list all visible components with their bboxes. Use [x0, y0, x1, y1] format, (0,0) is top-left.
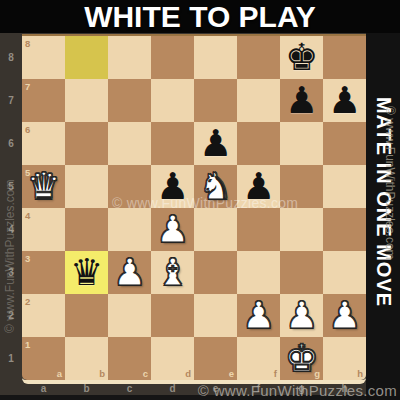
inboard-file-label-b: b — [99, 368, 105, 379]
frame-file-label-h: h — [323, 382, 366, 395]
inboard-rank-label-7: 7 — [25, 81, 30, 92]
square-e8 — [194, 36, 237, 79]
title-bar: WHITE TO PLAY — [0, 0, 400, 33]
square-h5 — [323, 165, 366, 208]
square-f4 — [237, 208, 280, 251]
square-h8 — [323, 36, 366, 79]
square-d8 — [151, 36, 194, 79]
square-d1: d — [151, 337, 194, 380]
frame-file-label-b: b — [65, 382, 108, 395]
square-c6 — [108, 122, 151, 165]
square-a2: 2 — [22, 294, 65, 337]
white-pawn-h2: ♟ — [323, 294, 366, 337]
black-pawn-g7: ♟ — [280, 79, 323, 122]
inboard-rank-label-2: 2 — [25, 296, 30, 307]
frame-rank-label-1: 1 — [0, 337, 22, 380]
square-h1: h — [323, 337, 366, 380]
square-b6 — [65, 122, 108, 165]
white-king-g1: ♚ — [280, 337, 323, 380]
frame-file-label-a: a — [22, 382, 65, 395]
black-pawn-d5: ♟ — [151, 165, 194, 208]
square-f8 — [237, 36, 280, 79]
page-title: WHITE TO PLAY — [84, 0, 316, 34]
square-d7 — [151, 79, 194, 122]
square-h4 — [323, 208, 366, 251]
inboard-rank-label-6: 6 — [25, 124, 30, 135]
inboard-rank-label-3: 3 — [25, 253, 30, 264]
square-a1: 1a — [22, 337, 65, 380]
square-b5 — [65, 165, 108, 208]
square-f6 — [237, 122, 280, 165]
square-g1: g♚ — [280, 337, 323, 380]
square-a5: 5♛ — [22, 165, 65, 208]
square-d4: ♟ — [151, 208, 194, 251]
frame-file-label-f: f — [237, 382, 280, 395]
square-b8 — [65, 36, 108, 79]
square-b7 — [65, 79, 108, 122]
square-b4 — [65, 208, 108, 251]
inboard-rank-label-1: 1 — [25, 339, 30, 350]
black-pawn-h7: ♟ — [323, 79, 366, 122]
square-e6: ♟ — [194, 122, 237, 165]
square-a7: 7 — [22, 79, 65, 122]
square-f5: ♟ — [237, 165, 280, 208]
mate-in-one-label: MATE IN ONE MOVE — [372, 97, 395, 307]
square-f2: ♟ — [237, 294, 280, 337]
inboard-file-label-a: a — [57, 368, 62, 379]
square-h7: ♟ — [323, 79, 366, 122]
square-h3 — [323, 251, 366, 294]
chess-puzzle-image: WHITE TO PLAY MATE IN ONE MOVE 8♚7♟♟6♟5♛… — [0, 0, 400, 400]
square-b3: ♛ — [65, 251, 108, 294]
square-f7 — [237, 79, 280, 122]
frame-rank-label-5: 5 — [0, 165, 22, 208]
square-d2 — [151, 294, 194, 337]
square-a4: 4 — [22, 208, 65, 251]
white-pawn-c3: ♟ — [108, 251, 151, 294]
square-e2 — [194, 294, 237, 337]
frame-rank-label-2: 2 — [0, 294, 22, 337]
square-a6: 6 — [22, 122, 65, 165]
white-pawn-g2: ♟ — [280, 294, 323, 337]
square-h6 — [323, 122, 366, 165]
inboard-file-label-e: e — [229, 368, 234, 379]
square-h2: ♟ — [323, 294, 366, 337]
frame-rank-label-6: 6 — [0, 122, 22, 165]
square-d6 — [151, 122, 194, 165]
frame-file-label-g: g — [280, 382, 323, 395]
square-d3: ♝ — [151, 251, 194, 294]
white-knight-e5: ♞ — [194, 165, 237, 208]
board: 8♚7♟♟6♟5♛♟♞♟4♟3♛♟♝2♟♟♟1abcdefg♚h — [22, 36, 366, 380]
square-g3 — [280, 251, 323, 294]
inboard-file-label-c: c — [143, 368, 148, 379]
square-e7 — [194, 79, 237, 122]
frame-file-label-e: e — [194, 382, 237, 395]
black-king-g8: ♚ — [280, 36, 323, 79]
square-g5 — [280, 165, 323, 208]
black-pawn-f5: ♟ — [237, 165, 280, 208]
square-e5: ♞ — [194, 165, 237, 208]
frame-rank-label-4: 4 — [0, 208, 22, 251]
black-queen-b3: ♛ — [65, 251, 108, 294]
square-b2 — [65, 294, 108, 337]
square-f1: f — [237, 337, 280, 380]
square-c3: ♟ — [108, 251, 151, 294]
square-a3: 3 — [22, 251, 65, 294]
white-queen-a5: ♛ — [22, 165, 65, 208]
square-g2: ♟ — [280, 294, 323, 337]
square-e3 — [194, 251, 237, 294]
black-pawn-e6: ♟ — [194, 122, 237, 165]
white-pawn-f2: ♟ — [237, 294, 280, 337]
square-g8: ♚ — [280, 36, 323, 79]
white-bishop-d3: ♝ — [151, 251, 194, 294]
rank-labels-frame: 87654321 — [0, 36, 22, 380]
board-wrap: 8♚7♟♟6♟5♛♟♞♟4♟3♛♟♝2♟♟♟1abcdefg♚h — [22, 34, 366, 384]
square-c8 — [108, 36, 151, 79]
square-c4 — [108, 208, 151, 251]
square-e4 — [194, 208, 237, 251]
inboard-file-label-h: h — [357, 368, 363, 379]
inboard-rank-label-4: 4 — [25, 210, 30, 221]
square-b1: b — [65, 337, 108, 380]
white-pawn-d4: ♟ — [151, 208, 194, 251]
square-g7: ♟ — [280, 79, 323, 122]
square-g6 — [280, 122, 323, 165]
inboard-file-label-f: f — [274, 368, 277, 379]
inboard-rank-label-8: 8 — [25, 38, 30, 49]
square-d5: ♟ — [151, 165, 194, 208]
square-c1: c — [108, 337, 151, 380]
square-e1: e — [194, 337, 237, 380]
square-f3 — [237, 251, 280, 294]
square-c7 — [108, 79, 151, 122]
square-g4 — [280, 208, 323, 251]
frame-rank-label-7: 7 — [0, 79, 22, 122]
inboard-file-label-d: d — [185, 368, 191, 379]
frame-rank-label-8: 8 — [0, 36, 22, 79]
square-a8: 8 — [22, 36, 65, 79]
side-banner: MATE IN ONE MOVE — [366, 33, 400, 400]
frame-file-label-d: d — [151, 382, 194, 395]
square-c5 — [108, 165, 151, 208]
file-labels-frame: abcdefgh — [22, 382, 366, 395]
frame-rank-label-3: 3 — [0, 251, 22, 294]
frame-file-label-c: c — [108, 382, 151, 395]
square-c2 — [108, 294, 151, 337]
